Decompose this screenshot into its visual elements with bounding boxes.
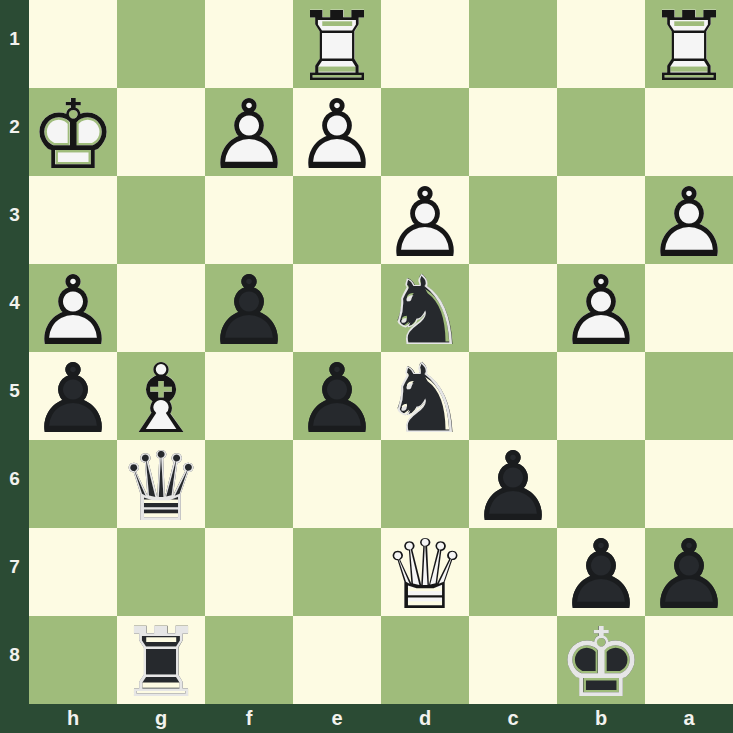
piece-glyph-fill: ♟ — [381, 179, 469, 267]
piece-glyph-fill: ♟ — [293, 355, 381, 443]
square-e5[interactable]: ♟♙ — [293, 352, 381, 440]
piece-glyph-outline: ♕ — [117, 443, 205, 531]
square-e7[interactable] — [293, 528, 381, 616]
piece-black-rook[interactable]: ♜♖ — [117, 616, 205, 704]
square-g3[interactable] — [117, 176, 205, 264]
square-d4[interactable]: ♞♘ — [381, 264, 469, 352]
piece-glyph-outline: ♔ — [29, 91, 117, 179]
square-f1[interactable] — [205, 0, 293, 88]
square-e1[interactable]: ♜♖ — [293, 0, 381, 88]
piece-white-rook[interactable]: ♜♖ — [645, 0, 733, 88]
square-c7[interactable] — [469, 528, 557, 616]
file-label-a: a — [645, 704, 733, 733]
square-a2[interactable] — [645, 88, 733, 176]
square-d1[interactable] — [381, 0, 469, 88]
square-g1[interactable] — [117, 0, 205, 88]
square-g4[interactable] — [117, 264, 205, 352]
piece-glyph-fill: ♟ — [645, 531, 733, 619]
file-label-e: e — [293, 704, 381, 733]
square-c4[interactable] — [469, 264, 557, 352]
square-d8[interactable] — [381, 616, 469, 704]
piece-glyph-outline: ♖ — [117, 619, 205, 707]
square-f8[interactable] — [205, 616, 293, 704]
piece-white-pawn[interactable]: ♟♙ — [205, 88, 293, 176]
rank-label-6: 6 — [0, 435, 29, 523]
piece-glyph-fill: ♚ — [29, 91, 117, 179]
rank-label-5: 5 — [0, 347, 29, 435]
square-g6[interactable]: ♛♕ — [117, 440, 205, 528]
square-b7[interactable]: ♟♙ — [557, 528, 645, 616]
square-f4[interactable]: ♟♙ — [205, 264, 293, 352]
rank-labels: 12345678 — [0, 0, 29, 704]
file-label-d: d — [381, 704, 469, 733]
square-a4[interactable] — [645, 264, 733, 352]
square-b6[interactable] — [557, 440, 645, 528]
square-c8[interactable] — [469, 616, 557, 704]
rank-label-1: 1 — [0, 0, 29, 83]
rank-label-3: 3 — [0, 171, 29, 259]
piece-glyph-fill: ♞ — [381, 267, 469, 355]
file-label-b: b — [557, 704, 645, 733]
square-b8[interactable]: ♚♔ — [557, 616, 645, 704]
piece-glyph-outline: ♖ — [293, 3, 381, 91]
square-d2[interactable] — [381, 88, 469, 176]
square-g8[interactable]: ♜♖ — [117, 616, 205, 704]
piece-white-pawn[interactable]: ♟♙ — [29, 264, 117, 352]
square-h4[interactable]: ♟♙ — [29, 264, 117, 352]
piece-glyph-fill: ♟ — [29, 355, 117, 443]
file-label-h: h — [29, 704, 117, 733]
square-c3[interactable] — [469, 176, 557, 264]
piece-glyph-outline: ♖ — [645, 3, 733, 91]
square-f5[interactable] — [205, 352, 293, 440]
square-f2[interactable]: ♟♙ — [205, 88, 293, 176]
square-a1[interactable]: ♜♖ — [645, 0, 733, 88]
piece-glyph-outline: ♙ — [293, 91, 381, 179]
rank-label-8: 8 — [0, 611, 29, 699]
square-h6[interactable] — [29, 440, 117, 528]
square-d6[interactable] — [381, 440, 469, 528]
square-e8[interactable] — [293, 616, 381, 704]
piece-glyph-outline: ♙ — [557, 531, 645, 619]
piece-black-pawn[interactable]: ♟♙ — [205, 264, 293, 352]
square-f7[interactable] — [205, 528, 293, 616]
piece-glyph-outline: ♘ — [381, 267, 469, 355]
square-h7[interactable] — [29, 528, 117, 616]
piece-glyph-outline: ♙ — [645, 179, 733, 267]
piece-glyph-outline: ♔ — [557, 619, 645, 707]
piece-glyph-fill: ♜ — [117, 619, 205, 707]
square-h3[interactable] — [29, 176, 117, 264]
piece-glyph-outline: ♙ — [205, 91, 293, 179]
piece-glyph-fill: ♟ — [293, 91, 381, 179]
piece-glyph-outline: ♙ — [469, 443, 557, 531]
piece-glyph-fill: ♜ — [645, 3, 733, 91]
piece-white-pawn[interactable]: ♟♙ — [645, 176, 733, 264]
piece-black-king[interactable]: ♚♔ — [557, 616, 645, 704]
square-h5[interactable]: ♟♙ — [29, 352, 117, 440]
square-g2[interactable] — [117, 88, 205, 176]
square-h8[interactable] — [29, 616, 117, 704]
square-c6[interactable]: ♟♙ — [469, 440, 557, 528]
square-d5[interactable]: ♞♘ — [381, 352, 469, 440]
chess-board-frame: 12345678 ♜♖♜♖♚♔♟♙♟♙♟♙♟♙♟♙♟♙♞♘♟♙♟♙♝♗♟♙♞♘♛… — [0, 0, 733, 733]
square-e6[interactable] — [293, 440, 381, 528]
piece-glyph-fill: ♟ — [557, 267, 645, 355]
piece-white-pawn[interactable]: ♟♙ — [557, 264, 645, 352]
piece-glyph-fill: ♟ — [29, 267, 117, 355]
square-h2[interactable]: ♚♔ — [29, 88, 117, 176]
square-d7[interactable]: ♛♕ — [381, 528, 469, 616]
piece-glyph-outline: ♕ — [381, 531, 469, 619]
piece-white-king[interactable]: ♚♔ — [29, 88, 117, 176]
square-d3[interactable]: ♟♙ — [381, 176, 469, 264]
square-e3[interactable] — [293, 176, 381, 264]
square-b5[interactable] — [557, 352, 645, 440]
square-c5[interactable] — [469, 352, 557, 440]
piece-glyph-outline: ♙ — [645, 531, 733, 619]
piece-black-knight[interactable]: ♞♘ — [381, 352, 469, 440]
file-label-c: c — [469, 704, 557, 733]
rank-label-7: 7 — [0, 523, 29, 611]
piece-white-pawn[interactable]: ♟♙ — [381, 176, 469, 264]
square-e4[interactable] — [293, 264, 381, 352]
piece-glyph-fill: ♚ — [557, 619, 645, 707]
piece-white-bishop[interactable]: ♝♗ — [117, 352, 205, 440]
chess-board: ♜♖♜♖♚♔♟♙♟♙♟♙♟♙♟♙♟♙♞♘♟♙♟♙♝♗♟♙♞♘♛♕♟♙♛♕♟♙♟♙… — [29, 0, 733, 704]
piece-glyph-fill: ♞ — [381, 355, 469, 443]
piece-black-knight[interactable]: ♞♘ — [381, 264, 469, 352]
file-label-f: f — [205, 704, 293, 733]
piece-glyph-fill: ♝ — [117, 355, 205, 443]
square-b4[interactable]: ♟♙ — [557, 264, 645, 352]
square-g5[interactable]: ♝♗ — [117, 352, 205, 440]
piece-glyph-fill: ♟ — [645, 179, 733, 267]
piece-glyph-fill: ♟ — [469, 443, 557, 531]
rank-label-4: 4 — [0, 259, 29, 347]
square-b2[interactable] — [557, 88, 645, 176]
piece-glyph-outline: ♘ — [381, 355, 469, 443]
piece-white-rook[interactable]: ♜♖ — [293, 0, 381, 88]
piece-glyph-fill: ♜ — [293, 3, 381, 91]
piece-glyph-outline: ♗ — [117, 355, 205, 443]
piece-black-pawn[interactable]: ♟♙ — [557, 528, 645, 616]
piece-black-pawn[interactable]: ♟♙ — [645, 528, 733, 616]
square-a7[interactable]: ♟♙ — [645, 528, 733, 616]
piece-glyph-fill: ♟ — [205, 91, 293, 179]
piece-black-pawn[interactable]: ♟♙ — [469, 440, 557, 528]
piece-glyph-outline: ♙ — [381, 179, 469, 267]
square-g7[interactable] — [117, 528, 205, 616]
square-c1[interactable] — [469, 0, 557, 88]
piece-glyph-outline: ♙ — [293, 355, 381, 443]
file-label-g: g — [117, 704, 205, 733]
square-f3[interactable] — [205, 176, 293, 264]
square-a6[interactable] — [645, 440, 733, 528]
square-f6[interactable] — [205, 440, 293, 528]
piece-black-pawn[interactable]: ♟♙ — [293, 352, 381, 440]
piece-white-queen[interactable]: ♛♕ — [381, 528, 469, 616]
square-a8[interactable] — [645, 616, 733, 704]
square-b1[interactable] — [557, 0, 645, 88]
piece-glyph-fill: ♛ — [117, 443, 205, 531]
rank-label-2: 2 — [0, 83, 29, 171]
file-labels: hgfedcba — [29, 704, 733, 733]
piece-glyph-outline: ♙ — [557, 267, 645, 355]
piece-glyph-outline: ♙ — [29, 355, 117, 443]
piece-white-pawn[interactable]: ♟♙ — [293, 88, 381, 176]
square-a5[interactable] — [645, 352, 733, 440]
square-c2[interactable] — [469, 88, 557, 176]
square-e2[interactable]: ♟♙ — [293, 88, 381, 176]
piece-black-pawn[interactable]: ♟♙ — [29, 352, 117, 440]
piece-glyph-fill: ♟ — [557, 531, 645, 619]
square-a3[interactable]: ♟♙ — [645, 176, 733, 264]
piece-black-queen[interactable]: ♛♕ — [117, 440, 205, 528]
piece-glyph-fill: ♟ — [205, 267, 293, 355]
piece-glyph-outline: ♙ — [205, 267, 293, 355]
square-b3[interactable] — [557, 176, 645, 264]
piece-glyph-fill: ♛ — [381, 531, 469, 619]
square-h1[interactable] — [29, 0, 117, 88]
piece-glyph-outline: ♙ — [29, 267, 117, 355]
